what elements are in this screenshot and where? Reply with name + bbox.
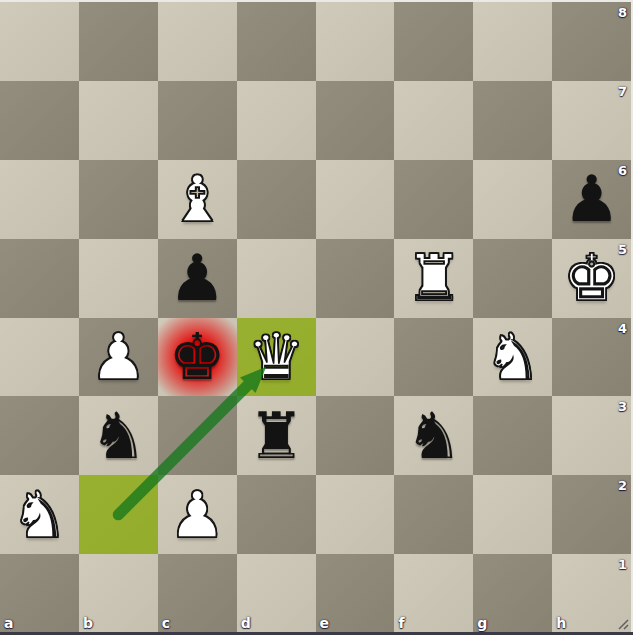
square-b5[interactable] [79, 239, 158, 318]
square-f8[interactable] [394, 2, 473, 81]
square-g2[interactable] [473, 475, 552, 554]
square-d4[interactable]: ♛ [237, 318, 316, 397]
square-h1[interactable]: 1h [552, 554, 631, 633]
square-d5[interactable] [237, 239, 316, 318]
square-f7[interactable] [394, 81, 473, 160]
square-d7[interactable] [237, 81, 316, 160]
square-d8[interactable] [237, 2, 316, 81]
square-b4[interactable]: ♟ [79, 318, 158, 397]
square-h3[interactable]: 3 [552, 396, 631, 475]
square-g5[interactable] [473, 239, 552, 318]
square-h2[interactable]: 2 [552, 475, 631, 554]
file-label-b: b [83, 615, 93, 631]
piece-white-pawn[interactable]: ♟ [79, 318, 158, 397]
rank-label-7: 7 [618, 84, 627, 99]
piece-black-rook[interactable]: ♜ [237, 396, 316, 475]
piece-black-knight[interactable]: ♞ [394, 396, 473, 475]
square-e6[interactable] [316, 160, 395, 239]
square-b1[interactable]: b [79, 554, 158, 633]
square-e5[interactable] [316, 239, 395, 318]
file-label-d: d [241, 615, 251, 631]
square-g7[interactable] [473, 81, 552, 160]
square-f5[interactable]: ♜ [394, 239, 473, 318]
square-f2[interactable] [394, 475, 473, 554]
square-b8[interactable] [79, 2, 158, 81]
piece-white-bishop[interactable]: ♝ [158, 160, 237, 239]
square-g4[interactable]: ♞ [473, 318, 552, 397]
square-a7[interactable] [0, 81, 79, 160]
square-g1[interactable]: g [473, 554, 552, 633]
square-h7[interactable]: 7 [552, 81, 631, 160]
square-e8[interactable] [316, 2, 395, 81]
rank-label-8: 8 [618, 5, 627, 20]
square-e4[interactable] [316, 318, 395, 397]
square-c8[interactable] [158, 2, 237, 81]
square-e7[interactable] [316, 81, 395, 160]
piece-white-rook[interactable]: ♜ [394, 239, 473, 318]
rank-label-5: 5 [618, 242, 627, 257]
square-a3[interactable] [0, 396, 79, 475]
rank-label-1: 1 [618, 557, 627, 572]
file-label-e: e [320, 615, 330, 631]
square-b2[interactable] [79, 475, 158, 554]
file-label-a: a [4, 615, 13, 631]
square-g8[interactable] [473, 2, 552, 81]
page: 87♝♟6♟♜♚5♟♚♛♞4♞♜♞3♞♟2abcdefg1h [0, 0, 633, 635]
square-a5[interactable] [0, 239, 79, 318]
file-label-f: f [398, 615, 404, 631]
square-c4[interactable]: ♚ [158, 318, 237, 397]
square-g6[interactable] [473, 160, 552, 239]
square-a8[interactable] [0, 2, 79, 81]
piece-white-queen[interactable]: ♛ [237, 318, 316, 397]
piece-white-pawn[interactable]: ♟ [158, 475, 237, 554]
square-g3[interactable] [473, 396, 552, 475]
rank-label-6: 6 [618, 163, 627, 178]
square-h8[interactable]: 8 [552, 2, 631, 81]
file-label-c: c [162, 615, 170, 631]
square-a2[interactable]: ♞ [0, 475, 79, 554]
square-d2[interactable] [237, 475, 316, 554]
chess-board: 87♝♟6♟♜♚5♟♚♛♞4♞♜♞3♞♟2abcdefg1h [0, 2, 631, 633]
square-e3[interactable] [316, 396, 395, 475]
square-a4[interactable] [0, 318, 79, 397]
rank-label-4: 4 [618, 321, 627, 336]
square-h5[interactable]: ♚5 [552, 239, 631, 318]
square-h4[interactable]: 4 [552, 318, 631, 397]
square-d6[interactable] [237, 160, 316, 239]
square-a1[interactable]: a [0, 554, 79, 633]
square-c1[interactable]: c [158, 554, 237, 633]
square-c7[interactable] [158, 81, 237, 160]
square-e2[interactable] [316, 475, 395, 554]
square-e1[interactable]: e [316, 554, 395, 633]
square-f4[interactable] [394, 318, 473, 397]
square-a6[interactable] [0, 160, 79, 239]
file-label-h: h [556, 615, 566, 631]
piece-black-king[interactable]: ♚ [158, 318, 237, 397]
piece-white-knight[interactable]: ♞ [0, 475, 79, 554]
file-label-g: g [477, 615, 487, 631]
piece-white-knight[interactable]: ♞ [473, 318, 552, 397]
square-h6[interactable]: ♟6 [552, 160, 631, 239]
board-resize-handle-icon[interactable] [616, 617, 629, 630]
square-b6[interactable] [79, 160, 158, 239]
square-c3[interactable] [158, 396, 237, 475]
square-f1[interactable]: f [394, 554, 473, 633]
square-c5[interactable]: ♟ [158, 239, 237, 318]
rank-label-3: 3 [618, 399, 627, 414]
square-b7[interactable] [79, 81, 158, 160]
piece-black-pawn[interactable]: ♟ [158, 239, 237, 318]
square-c2[interactable]: ♟ [158, 475, 237, 554]
square-f6[interactable] [394, 160, 473, 239]
square-f3[interactable]: ♞ [394, 396, 473, 475]
piece-black-knight[interactable]: ♞ [79, 396, 158, 475]
square-c6[interactable]: ♝ [158, 160, 237, 239]
square-b3[interactable]: ♞ [79, 396, 158, 475]
rank-label-2: 2 [618, 478, 627, 493]
square-d1[interactable]: d [237, 554, 316, 633]
square-d3[interactable]: ♜ [237, 396, 316, 475]
last-move-highlight [79, 475, 158, 554]
